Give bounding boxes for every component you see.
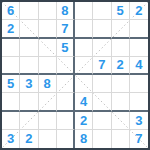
cell-r3c1[interactable]: [2, 39, 20, 57]
cell-r3c4[interactable]: 5: [57, 39, 75, 57]
cell-r7c2[interactable]: [20, 112, 38, 130]
cell-r2c2[interactable]: [20, 20, 38, 38]
cell-r2c5[interactable]: [75, 20, 93, 38]
cell-r6c1[interactable]: [2, 93, 20, 111]
cell-r7c6[interactable]: [93, 112, 111, 130]
cell-r8c1[interactable]: 3: [2, 130, 20, 148]
cell-r7c7[interactable]: [112, 112, 130, 130]
cell-r2c1[interactable]: 2: [2, 20, 20, 38]
cell-r7c3[interactable]: [39, 112, 57, 130]
cell-r8c7[interactable]: [112, 130, 130, 148]
cell-r7c5[interactable]: 2: [75, 112, 93, 130]
cell-r3c5[interactable]: [75, 39, 93, 57]
cell-r1c1[interactable]: 6: [2, 2, 20, 20]
cell-r2c3[interactable]: [39, 20, 57, 38]
cell-r5c1[interactable]: 5: [2, 75, 20, 93]
cell-r4c1[interactable]: [2, 57, 20, 75]
cell-r7c4[interactable]: [57, 112, 75, 130]
cell-r1c3[interactable]: [39, 2, 57, 20]
cell-r4c2[interactable]: [20, 57, 38, 75]
cell-r8c4[interactable]: [57, 130, 75, 148]
cell-r6c8[interactable]: [130, 93, 148, 111]
cell-r4c6[interactable]: 7: [93, 57, 111, 75]
cell-r1c8[interactable]: 2: [130, 2, 148, 20]
cell-r6c5[interactable]: 4: [75, 93, 93, 111]
cell-r2c4[interactable]: 7: [57, 20, 75, 38]
cell-r5c7[interactable]: [112, 75, 130, 93]
cell-r8c2[interactable]: 2: [20, 130, 38, 148]
cell-r3c7[interactable]: [112, 39, 130, 57]
sudoku-board: 68522757245384233287: [0, 0, 150, 150]
cell-r5c8[interactable]: [130, 75, 148, 93]
cell-r3c3[interactable]: [39, 39, 57, 57]
cell-r1c7[interactable]: 5: [112, 2, 130, 20]
cell-r8c5[interactable]: 8: [75, 130, 93, 148]
cell-r6c3[interactable]: [39, 93, 57, 111]
cell-r5c5[interactable]: [75, 75, 93, 93]
cell-r3c6[interactable]: [93, 39, 111, 57]
cell-r4c8[interactable]: 4: [130, 57, 148, 75]
cell-r6c4[interactable]: [57, 93, 75, 111]
sudoku-grid: 68522757245384233287: [2, 2, 148, 148]
cell-r4c4[interactable]: [57, 57, 75, 75]
cell-r8c3[interactable]: [39, 130, 57, 148]
cell-r7c1[interactable]: [2, 112, 20, 130]
cell-r4c5[interactable]: [75, 57, 93, 75]
cell-r5c4[interactable]: [57, 75, 75, 93]
cell-r5c2[interactable]: 3: [20, 75, 38, 93]
cell-r3c8[interactable]: [130, 39, 148, 57]
cell-r7c8[interactable]: 3: [130, 112, 148, 130]
cell-r4c3[interactable]: [39, 57, 57, 75]
cell-r3c2[interactable]: [20, 39, 38, 57]
cell-r1c2[interactable]: [20, 2, 38, 20]
cell-r8c6[interactable]: [93, 130, 111, 148]
cell-r2c7[interactable]: [112, 20, 130, 38]
cell-r4c7[interactable]: 2: [112, 57, 130, 75]
cell-r2c8[interactable]: [130, 20, 148, 38]
cell-r6c2[interactable]: [20, 93, 38, 111]
cell-r5c6[interactable]: [93, 75, 111, 93]
cell-r1c5[interactable]: [75, 2, 93, 20]
cell-r2c6[interactable]: [93, 20, 111, 38]
cell-r5c3[interactable]: 8: [39, 75, 57, 93]
cell-r8c8[interactable]: 7: [130, 130, 148, 148]
cell-r1c4[interactable]: 8: [57, 2, 75, 20]
cell-r6c7[interactable]: [112, 93, 130, 111]
cell-r6c6[interactable]: [93, 93, 111, 111]
cell-r1c6[interactable]: [93, 2, 111, 20]
